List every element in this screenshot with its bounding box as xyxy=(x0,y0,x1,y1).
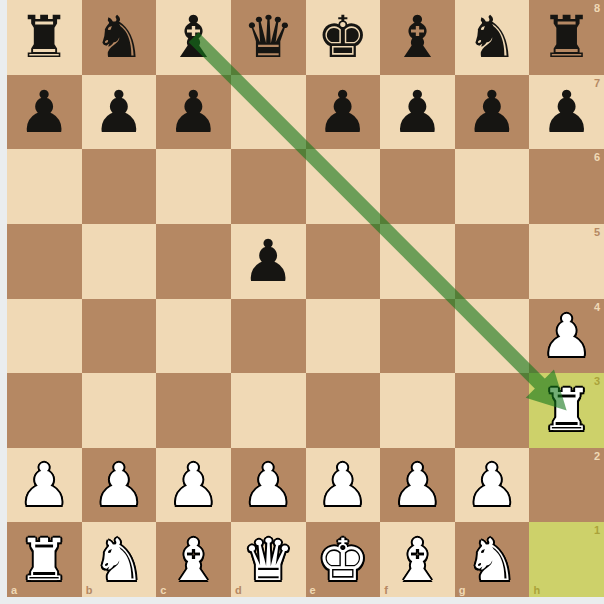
white-pawn-d2[interactable]: ♟ xyxy=(231,448,306,523)
square-f2[interactable]: ♟ xyxy=(380,448,455,523)
white-pawn-e2[interactable]: ♟ xyxy=(306,448,381,523)
square-b6[interactable] xyxy=(82,149,157,224)
square-h4[interactable]: 4♟ xyxy=(529,299,604,374)
white-knight-g1[interactable]: ♞ xyxy=(455,522,530,597)
last-move-highlight xyxy=(529,522,604,597)
square-c4[interactable] xyxy=(156,299,231,374)
black-bishop-f8[interactable]: ♝ xyxy=(380,0,455,75)
white-pawn-b2[interactable]: ♟ xyxy=(82,448,157,523)
black-bishop-c8[interactable]: ♝ xyxy=(156,0,231,75)
square-d8[interactable]: ♛ xyxy=(231,0,306,75)
square-h5[interactable]: 5 xyxy=(529,224,604,299)
square-b3[interactable] xyxy=(82,373,157,448)
square-g1[interactable]: g♞ xyxy=(455,522,530,597)
black-rook-a8[interactable]: ♜ xyxy=(7,0,82,75)
square-e4[interactable] xyxy=(306,299,381,374)
white-pawn-h4[interactable]: ♟ xyxy=(529,299,604,374)
square-e2[interactable]: ♟ xyxy=(306,448,381,523)
square-d2[interactable]: ♟ xyxy=(231,448,306,523)
black-pawn-f7[interactable]: ♟ xyxy=(380,75,455,150)
black-pawn-d5[interactable]: ♟ xyxy=(231,224,306,299)
black-king-e8[interactable]: ♚ xyxy=(306,0,381,75)
square-e7[interactable]: ♟ xyxy=(306,75,381,150)
white-king-e1[interactable]: ♚ xyxy=(306,522,381,597)
square-g8[interactable]: ♞ xyxy=(455,0,530,75)
rank-label-5: 5 xyxy=(594,226,600,238)
square-c7[interactable]: ♟ xyxy=(156,75,231,150)
square-f3[interactable] xyxy=(380,373,455,448)
square-b7[interactable]: ♟ xyxy=(82,75,157,150)
square-b5[interactable] xyxy=(82,224,157,299)
square-f4[interactable] xyxy=(380,299,455,374)
white-bishop-c1[interactable]: ♝ xyxy=(156,522,231,597)
chess-board[interactable]: ♜♞♝♛♚♝♞8♜♟♟♟♟♟♟7♟6♟54♟3♜♟♟♟♟♟♟♟2a♜b♞c♝d♛… xyxy=(7,0,604,597)
square-h3[interactable]: 3♜ xyxy=(529,373,604,448)
square-f8[interactable]: ♝ xyxy=(380,0,455,75)
square-e8[interactable]: ♚ xyxy=(306,0,381,75)
square-g7[interactable]: ♟ xyxy=(455,75,530,150)
square-c6[interactable] xyxy=(156,149,231,224)
white-pawn-c2[interactable]: ♟ xyxy=(156,448,231,523)
square-a2[interactable]: ♟ xyxy=(7,448,82,523)
black-pawn-g7[interactable]: ♟ xyxy=(455,75,530,150)
square-g2[interactable]: ♟ xyxy=(455,448,530,523)
square-c5[interactable] xyxy=(156,224,231,299)
white-knight-b1[interactable]: ♞ xyxy=(82,522,157,597)
square-a1[interactable]: a♜ xyxy=(7,522,82,597)
square-g3[interactable] xyxy=(455,373,530,448)
square-c8[interactable]: ♝ xyxy=(156,0,231,75)
square-b2[interactable]: ♟ xyxy=(82,448,157,523)
white-bishop-f1[interactable]: ♝ xyxy=(380,522,455,597)
rank-label-6: 6 xyxy=(594,151,600,163)
black-pawn-c7[interactable]: ♟ xyxy=(156,75,231,150)
square-a3[interactable] xyxy=(7,373,82,448)
square-a8[interactable]: ♜ xyxy=(7,0,82,75)
square-g6[interactable] xyxy=(455,149,530,224)
white-rook-a1[interactable]: ♜ xyxy=(7,522,82,597)
square-f6[interactable] xyxy=(380,149,455,224)
square-a6[interactable] xyxy=(7,149,82,224)
square-a5[interactable] xyxy=(7,224,82,299)
square-g5[interactable] xyxy=(455,224,530,299)
square-d6[interactable] xyxy=(231,149,306,224)
square-b1[interactable]: b♞ xyxy=(82,522,157,597)
square-d5[interactable]: ♟ xyxy=(231,224,306,299)
square-d3[interactable] xyxy=(231,373,306,448)
square-c1[interactable]: c♝ xyxy=(156,522,231,597)
black-rook-h8[interactable]: ♜ xyxy=(529,0,604,75)
square-e3[interactable] xyxy=(306,373,381,448)
white-queen-d1[interactable]: ♛ xyxy=(231,522,306,597)
square-g4[interactable] xyxy=(455,299,530,374)
rank-label-2: 2 xyxy=(594,450,600,462)
white-pawn-a2[interactable]: ♟ xyxy=(7,448,82,523)
square-h2[interactable]: 2 xyxy=(529,448,604,523)
black-pawn-e7[interactable]: ♟ xyxy=(306,75,381,150)
square-c2[interactable]: ♟ xyxy=(156,448,231,523)
black-knight-g8[interactable]: ♞ xyxy=(455,0,530,75)
white-pawn-g2[interactable]: ♟ xyxy=(455,448,530,523)
white-pawn-f2[interactable]: ♟ xyxy=(380,448,455,523)
square-f5[interactable] xyxy=(380,224,455,299)
square-h1[interactable]: 1h xyxy=(529,522,604,597)
black-knight-b8[interactable]: ♞ xyxy=(82,0,157,75)
square-a4[interactable] xyxy=(7,299,82,374)
square-b4[interactable] xyxy=(82,299,157,374)
square-a7[interactable]: ♟ xyxy=(7,75,82,150)
square-e6[interactable] xyxy=(306,149,381,224)
square-e1[interactable]: e♚ xyxy=(306,522,381,597)
black-pawn-h7[interactable]: ♟ xyxy=(529,75,604,150)
black-queen-d8[interactable]: ♛ xyxy=(231,0,306,75)
square-h6[interactable]: 6 xyxy=(529,149,604,224)
square-h8[interactable]: 8♜ xyxy=(529,0,604,75)
black-pawn-a7[interactable]: ♟ xyxy=(7,75,82,150)
square-b8[interactable]: ♞ xyxy=(82,0,157,75)
square-f1[interactable]: f♝ xyxy=(380,522,455,597)
black-pawn-b7[interactable]: ♟ xyxy=(82,75,157,150)
square-d1[interactable]: d♛ xyxy=(231,522,306,597)
square-f7[interactable]: ♟ xyxy=(380,75,455,150)
square-d7[interactable] xyxy=(231,75,306,150)
square-d4[interactable] xyxy=(231,299,306,374)
square-e5[interactable] xyxy=(306,224,381,299)
white-rook-h3[interactable]: ♜ xyxy=(529,373,604,448)
square-h7[interactable]: 7♟ xyxy=(529,75,604,150)
square-c3[interactable] xyxy=(156,373,231,448)
